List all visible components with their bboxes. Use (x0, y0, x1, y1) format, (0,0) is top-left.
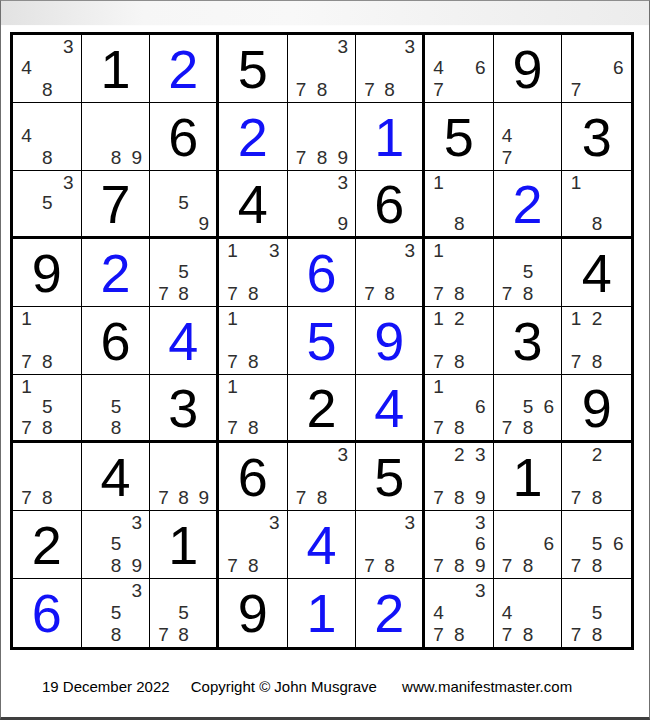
cell-r1c1[interactable]: 348 (13, 35, 82, 103)
pencil-mark: 9 (470, 555, 491, 576)
given-digit: 2 (306, 381, 336, 435)
pencil-mark: 8 (243, 283, 264, 304)
pencil-mark: 7 (153, 623, 173, 645)
pencil-marks: 1378 (222, 240, 285, 304)
pencil-mark: 1 (16, 376, 37, 397)
pencil-mark: 8 (106, 555, 127, 576)
given-digit: 3 (512, 314, 542, 368)
cell-r5c3[interactable]: 4 (150, 307, 219, 375)
pencil-mark: 7 (16, 487, 37, 508)
cell-r2c8[interactable]: 47 (494, 103, 563, 171)
cell-r3c4[interactable]: 4 (219, 171, 288, 239)
cell-r7c5[interactable]: 378 (288, 443, 357, 511)
pencil-mark: 3 (470, 512, 491, 533)
cell-r6c4[interactable]: 178 (219, 375, 288, 443)
pencil-marks: 348 (16, 36, 79, 100)
pencil-mark: 8 (587, 487, 608, 508)
pencil-mark: 4 (497, 125, 518, 146)
given-digit: 4 (238, 177, 268, 231)
pencil-mark: 5 (518, 397, 539, 418)
pencil-mark: 7 (359, 283, 379, 304)
cell-r2c1[interactable]: 48 (13, 103, 82, 171)
cell-r8c5[interactable]: 4 (288, 511, 357, 579)
pencil-mark: 7 (565, 487, 586, 508)
pencil-mark: 1 (222, 240, 243, 261)
pencil-mark: 7 (428, 283, 449, 304)
pencil-mark: 8 (174, 487, 194, 508)
cell-r6c1[interactable]: 1578 (13, 375, 82, 443)
pencil-mark: 9 (126, 555, 147, 576)
cell-r4c7[interactable]: 178 (425, 239, 494, 307)
pencil-mark: 2 (587, 308, 608, 329)
given-digit: 7 (100, 177, 130, 231)
cell-r1c9[interactable]: 67 (562, 35, 631, 103)
cell-r5c1[interactable]: 178 (13, 307, 82, 375)
given-digit: 9 (582, 381, 612, 435)
cell-r6c9[interactable]: 9 (562, 375, 631, 443)
title-bar (1, 1, 649, 26)
pencil-mark: 8 (37, 487, 58, 508)
footer-date: 19 December 2022 (42, 678, 170, 695)
pencil-mark: 8 (449, 623, 470, 645)
pencil-mark: 8 (380, 283, 400, 304)
pencil-mark: 7 (497, 555, 518, 576)
given-digit: 1 (512, 450, 542, 504)
pencil-mark: 8 (449, 213, 470, 234)
pencil-marks: 378 (291, 444, 354, 508)
pencil-mark: 1 (222, 308, 243, 329)
pencil-mark: 5 (587, 533, 608, 554)
pencil-mark: 1 (428, 240, 449, 261)
pencil-mark: 1 (428, 172, 449, 193)
pencil-mark: 3 (264, 240, 285, 261)
footer-website: www.manifestmaster.com (402, 678, 572, 695)
given-digit: 1 (168, 518, 198, 572)
pencil-marks: 378 (359, 240, 420, 304)
pencil-mark: 7 (291, 487, 312, 508)
pencil-mark: 8 (106, 623, 127, 645)
cell-r1c5[interactable]: 378 (288, 35, 357, 103)
cell-r8c3[interactable]: 1 (150, 511, 219, 579)
pencil-mark: 4 (16, 57, 37, 78)
pencil-mark: 8 (37, 417, 58, 438)
pencil-mark: 8 (37, 147, 58, 168)
pencil-marks: 5678 (497, 376, 560, 438)
cell-r9c3[interactable]: 578 (150, 579, 219, 647)
pencil-marks: 578 (153, 240, 214, 304)
cell-r6c5[interactable]: 2 (288, 375, 357, 443)
pencil-mark: 8 (174, 623, 194, 645)
pencil-mark: 3 (470, 444, 491, 465)
pencil-mark: 7 (497, 147, 518, 168)
cell-r5c8[interactable]: 3 (494, 307, 563, 375)
solved-digit: 6 (306, 246, 336, 300)
pencil-marks: 1278 (428, 308, 491, 372)
pencil-mark: 6 (538, 397, 559, 418)
cell-r4c4[interactable]: 1378 (219, 239, 288, 307)
pencil-mark: 5 (174, 193, 194, 214)
pencil-marks: 278 (565, 444, 629, 508)
cell-r6c2[interactable]: 58 (82, 375, 151, 443)
pencil-mark: 8 (312, 147, 333, 168)
given-digit: 5 (444, 110, 474, 164)
pencil-mark: 8 (37, 351, 58, 372)
pencil-marks: 23789 (428, 444, 491, 508)
cell-r1c6[interactable]: 378 (356, 35, 425, 103)
pencil-marks: 3589 (85, 512, 148, 576)
cell-r4c5[interactable]: 6 (288, 239, 357, 307)
pencil-mark: 5 (174, 261, 194, 282)
pencil-mark: 3 (332, 172, 353, 193)
pencil-mark: 3 (332, 36, 353, 57)
pencil-marks: 678 (497, 512, 560, 576)
pencil-mark: 8 (106, 417, 127, 438)
cell-r8c2[interactable]: 3589 (82, 511, 151, 579)
pencil-mark: 7 (565, 351, 586, 372)
pencil-mark: 8 (243, 555, 264, 576)
pencil-mark: 8 (380, 79, 400, 100)
cell-r9c7[interactable]: 3478 (425, 579, 494, 647)
pencil-mark: 7 (565, 555, 586, 576)
solved-digit: 2 (238, 110, 268, 164)
pencil-mark: 7 (222, 283, 243, 304)
pencil-mark: 7 (497, 283, 518, 304)
given-digit: 9 (238, 586, 268, 640)
solved-digit: 1 (374, 110, 404, 164)
cell-r9c9[interactable]: 578 (562, 579, 631, 647)
pencil-mark: 8 (518, 623, 539, 645)
pencil-mark: 7 (565, 623, 586, 645)
cell-r6c3[interactable]: 3 (150, 375, 219, 443)
cell-r5c7[interactable]: 1278 (425, 307, 494, 375)
pencil-marks: 178 (222, 308, 285, 372)
cell-r2c7[interactable]: 5 (425, 103, 494, 171)
pencil-mark: 8 (587, 351, 608, 372)
pencil-mark: 8 (37, 79, 58, 100)
cell-r1c7[interactable]: 467 (425, 35, 494, 103)
cell-r9c6[interactable]: 2 (356, 579, 425, 647)
given-digit: 9 (512, 42, 542, 96)
pencil-mark: 8 (312, 79, 333, 100)
cell-r3c2[interactable]: 7 (82, 171, 151, 239)
cell-r3c8[interactable]: 2 (494, 171, 563, 239)
footer-copyright: Copyright © John Musgrave (191, 678, 377, 695)
cell-r8c6[interactable]: 378 (356, 511, 425, 579)
cell-r5c4[interactable]: 178 (219, 307, 288, 375)
solved-digit: 2 (374, 586, 404, 640)
cell-r7c4[interactable]: 6 (219, 443, 288, 511)
pencil-mark: 6 (608, 57, 629, 78)
cell-r3c6[interactable]: 6 (356, 171, 425, 239)
pencil-marks: 67 (565, 36, 629, 100)
pencil-mark: 8 (380, 555, 400, 576)
cell-r6c8[interactable]: 5678 (494, 375, 563, 443)
pencil-marks: 478 (497, 580, 560, 645)
pencil-mark: 8 (449, 283, 470, 304)
cell-r7c9[interactable]: 278 (562, 443, 631, 511)
pencil-mark: 5 (37, 193, 58, 214)
pencil-mark: 3 (470, 580, 491, 602)
pencil-mark: 7 (428, 417, 449, 438)
pencil-mark: 7 (291, 147, 312, 168)
cell-r4c8[interactable]: 578 (494, 239, 563, 307)
given-digit: 2 (32, 518, 62, 572)
pencil-marks: 467 (428, 36, 491, 100)
cell-r9c8[interactable]: 478 (494, 579, 563, 647)
cell-r3c3[interactable]: 59 (150, 171, 219, 239)
pencil-mark: 9 (126, 147, 147, 168)
given-digit: 6 (374, 177, 404, 231)
pencil-mark: 9 (332, 213, 353, 234)
cell-r4c6[interactable]: 378 (356, 239, 425, 307)
pencil-marks: 18 (428, 172, 491, 234)
pencil-mark: 1 (565, 172, 586, 193)
pencil-mark: 7 (428, 487, 449, 508)
solved-digit: 4 (168, 314, 198, 368)
cell-r3c7[interactable]: 18 (425, 171, 494, 239)
pencil-mark: 3 (58, 36, 79, 57)
pencil-marks: 578 (153, 580, 214, 645)
pencil-mark: 6 (470, 57, 491, 78)
pencil-mark: 7 (16, 417, 37, 438)
cell-r8c9[interactable]: 5678 (562, 511, 631, 579)
cell-r1c4[interactable]: 5 (219, 35, 288, 103)
cell-r9c1[interactable]: 6 (13, 579, 82, 647)
cell-r4c3[interactable]: 578 (150, 239, 219, 307)
given-digit: 1 (100, 42, 130, 96)
cell-r7c7[interactable]: 23789 (425, 443, 494, 511)
pencil-marks: 18 (565, 172, 629, 234)
pencil-mark: 8 (518, 283, 539, 304)
cell-r8c7[interactable]: 36789 (425, 511, 494, 579)
cell-r7c3[interactable]: 789 (150, 443, 219, 511)
pencil-marks: 1278 (565, 308, 629, 372)
given-digit: 6 (168, 110, 198, 164)
solved-digit: 2 (100, 246, 130, 300)
pencil-marks: 358 (85, 580, 148, 645)
pencil-mark: 8 (449, 417, 470, 438)
cell-r8c4[interactable]: 378 (219, 511, 288, 579)
pencil-marks: 39 (291, 172, 354, 234)
pencil-mark: 7 (359, 555, 379, 576)
pencil-mark: 9 (194, 213, 214, 234)
pencil-marks: 378 (222, 512, 285, 576)
pencil-mark: 8 (243, 417, 264, 438)
pencil-marks: 48 (16, 104, 79, 168)
pencil-marks: 3478 (428, 580, 491, 645)
pencil-mark: 8 (449, 487, 470, 508)
cell-r5c5[interactable]: 5 (288, 307, 357, 375)
solved-digit: 2 (168, 42, 198, 96)
cell-r8c8[interactable]: 678 (494, 511, 563, 579)
pencil-mark: 8 (174, 283, 194, 304)
cell-r5c2[interactable]: 6 (82, 307, 151, 375)
given-digit: 4 (100, 450, 130, 504)
pencil-mark: 7 (497, 417, 518, 438)
pencil-mark: 7 (565, 79, 586, 100)
pencil-marks: 1678 (428, 376, 491, 438)
pencil-mark: 8 (518, 555, 539, 576)
pencil-mark: 5 (518, 261, 539, 282)
pencil-marks: 378 (359, 512, 420, 576)
pencil-marks: 578 (565, 580, 629, 645)
pencil-mark: 7 (428, 555, 449, 576)
sudoku-board: 3481253783784679674889627891547335759439… (10, 32, 634, 650)
pencil-mark: 7 (497, 623, 518, 645)
cell-r1c2[interactable]: 1 (82, 35, 151, 103)
pencil-mark: 5 (106, 533, 127, 554)
cell-r2c6[interactable]: 1 (356, 103, 425, 171)
pencil-mark: 1 (428, 308, 449, 329)
given-digit: 9 (32, 246, 62, 300)
cell-r3c5[interactable]: 39 (288, 171, 357, 239)
pencil-mark: 7 (222, 351, 243, 372)
cell-r2c2[interactable]: 89 (82, 103, 151, 171)
cell-r4c1[interactable]: 9 (13, 239, 82, 307)
pencil-mark: 6 (470, 533, 491, 554)
pencil-marks: 36789 (428, 512, 491, 576)
pencil-marks: 78 (16, 444, 79, 508)
solved-digit: 6 (32, 586, 62, 640)
cell-r4c2[interactable]: 2 (82, 239, 151, 307)
cell-r7c6[interactable]: 5 (356, 443, 425, 511)
cell-r2c3[interactable]: 6 (150, 103, 219, 171)
cell-r7c1[interactable]: 78 (13, 443, 82, 511)
pencil-marks: 378 (359, 36, 420, 100)
given-digit: 3 (582, 110, 612, 164)
pencil-mark: 8 (243, 351, 264, 372)
pencil-mark: 1 (222, 376, 243, 397)
footer: 19 December 2022 Copyright © John Musgra… (42, 678, 572, 695)
cell-r8c1[interactable]: 2 (13, 511, 82, 579)
solved-digit: 9 (374, 314, 404, 368)
pencil-mark: 7 (222, 417, 243, 438)
pencil-mark: 4 (428, 57, 449, 78)
pencil-marks: 178 (428, 240, 491, 304)
cell-r9c5[interactable]: 1 (288, 579, 357, 647)
cell-r3c1[interactable]: 35 (13, 171, 82, 239)
pencil-mark: 5 (37, 397, 58, 418)
pencil-mark: 2 (587, 444, 608, 465)
pencil-mark: 3 (400, 240, 420, 261)
given-digit: 6 (100, 314, 130, 368)
pencil-mark: 6 (608, 533, 629, 554)
cell-r3c9[interactable]: 18 (562, 171, 631, 239)
pencil-mark: 4 (497, 602, 518, 624)
pencil-marks: 789 (153, 444, 214, 508)
pencil-marks: 789 (291, 104, 354, 168)
pencil-mark: 7 (428, 351, 449, 372)
pencil-mark: 3 (126, 512, 147, 533)
pencil-marks: 1578 (16, 376, 79, 438)
pencil-marks: 59 (153, 172, 214, 234)
solved-digit: 1 (306, 586, 336, 640)
cell-r2c4[interactable]: 2 (219, 103, 288, 171)
pencil-mark: 7 (428, 623, 449, 645)
pencil-mark: 8 (312, 487, 333, 508)
pencil-mark: 2 (449, 308, 470, 329)
solved-digit: 2 (512, 177, 542, 231)
pencil-mark: 4 (16, 125, 37, 146)
pencil-mark: 3 (400, 512, 420, 533)
pencil-mark: 1 (428, 376, 449, 397)
pencil-mark: 1 (565, 308, 586, 329)
cell-r1c3[interactable]: 2 (150, 35, 219, 103)
pencil-mark: 9 (194, 487, 214, 508)
cell-r5c6[interactable]: 9 (356, 307, 425, 375)
cell-r7c2[interactable]: 4 (82, 443, 151, 511)
pencil-mark: 5 (587, 602, 608, 624)
pencil-mark: 5 (106, 397, 127, 418)
pencil-mark: 7 (16, 351, 37, 372)
cell-r2c5[interactable]: 789 (288, 103, 357, 171)
pencil-marks: 47 (497, 104, 560, 168)
pencil-marks: 58 (85, 376, 148, 438)
pencil-mark: 8 (587, 623, 608, 645)
cell-r6c6[interactable]: 4 (356, 375, 425, 443)
pencil-marks: 178 (16, 308, 79, 372)
pencil-mark: 9 (470, 487, 491, 508)
pencil-mark: 7 (153, 283, 173, 304)
pencil-mark: 8 (449, 351, 470, 372)
pencil-mark: 7 (359, 79, 379, 100)
cell-r6c7[interactable]: 1678 (425, 375, 494, 443)
pencil-mark: 6 (538, 533, 559, 554)
given-digit: 6 (238, 450, 268, 504)
pencil-mark: 8 (518, 417, 539, 438)
pencil-mark: 7 (153, 487, 173, 508)
solved-digit: 5 (306, 314, 336, 368)
pencil-mark: 3 (264, 512, 285, 533)
pencil-mark: 6 (470, 397, 491, 418)
pencil-mark: 2 (449, 444, 470, 465)
cell-r9c4[interactable]: 9 (219, 579, 288, 647)
cell-r9c2[interactable]: 358 (82, 579, 151, 647)
cell-r2c9[interactable]: 3 (562, 103, 631, 171)
sudoku-window: 3481253783784679674889627891547335759439… (0, 0, 650, 720)
pencil-mark: 3 (58, 172, 79, 193)
pencil-marks: 178 (222, 376, 285, 438)
cell-r1c8[interactable]: 9 (494, 35, 563, 103)
given-digit: 5 (238, 42, 268, 96)
pencil-mark: 8 (587, 213, 608, 234)
pencil-mark: 8 (106, 147, 127, 168)
solved-digit: 4 (306, 518, 336, 572)
pencil-marks: 5678 (565, 512, 629, 576)
pencil-mark: 1 (16, 308, 37, 329)
pencil-marks: 89 (85, 104, 148, 168)
pencil-marks: 578 (497, 240, 560, 304)
pencil-mark: 3 (400, 36, 420, 57)
pencil-mark: 3 (332, 444, 353, 465)
pencil-mark: 7 (291, 79, 312, 100)
pencil-mark: 4 (428, 602, 449, 624)
pencil-mark: 8 (449, 555, 470, 576)
cell-r7c8[interactable]: 1 (494, 443, 563, 511)
given-digit: 3 (168, 381, 198, 435)
pencil-mark: 5 (174, 602, 194, 624)
pencil-mark: 7 (222, 555, 243, 576)
pencil-mark: 7 (428, 79, 449, 100)
given-digit: 4 (582, 246, 612, 300)
pencil-mark: 5 (106, 602, 127, 624)
cell-r5c9[interactable]: 1278 (562, 307, 631, 375)
cell-r4c9[interactable]: 4 (562, 239, 631, 307)
pencil-mark: 8 (587, 555, 608, 576)
pencil-mark: 3 (126, 580, 147, 602)
pencil-marks: 378 (291, 36, 354, 100)
pencil-marks: 35 (16, 172, 79, 234)
